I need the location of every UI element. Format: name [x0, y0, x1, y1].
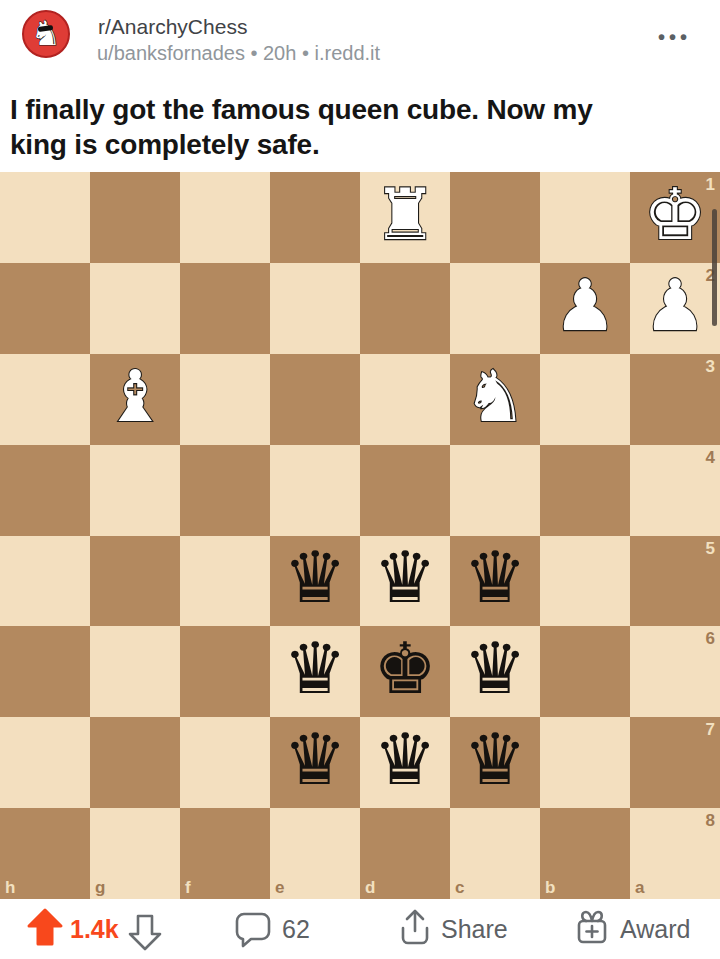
square-g1[interactable] — [90, 172, 180, 263]
post-header: ♞ r/AnarchyChess u/banksfornades • 20h •… — [0, 0, 720, 88]
subreddit-name[interactable]: r/AnarchyChess — [98, 15, 247, 39]
square-h8[interactable]: h — [0, 808, 90, 899]
black-queen-e5[interactable]: ♛ — [283, 542, 347, 613]
knight-logo-icon: ♞ — [31, 16, 61, 50]
square-c4[interactable] — [450, 445, 540, 536]
rank-label-3: 3 — [706, 358, 715, 375]
award-label: Award — [620, 915, 690, 944]
black-queen-c6[interactable]: ♛ — [463, 633, 527, 704]
square-f8[interactable]: f — [180, 808, 270, 899]
square-d2[interactable] — [360, 263, 450, 354]
square-d3[interactable] — [360, 354, 450, 445]
post-title-line1: I finally got the famous queen cube. Now… — [10, 92, 710, 127]
square-e7[interactable]: ♛ — [270, 717, 360, 808]
square-b6[interactable] — [540, 626, 630, 717]
file-label-a: a — [635, 879, 644, 896]
share-icon[interactable] — [396, 908, 434, 948]
file-label-d: d — [365, 879, 375, 896]
square-f2[interactable] — [180, 263, 270, 354]
share-label: Share — [441, 915, 508, 944]
square-g6[interactable] — [90, 626, 180, 717]
white-knight-c3[interactable]: ♞ — [463, 361, 527, 432]
file-label-g: g — [95, 879, 105, 896]
square-h2[interactable] — [0, 263, 90, 354]
square-g4[interactable] — [90, 445, 180, 536]
post-title-line2: king is completely safe. — [10, 127, 710, 162]
white-king-a1[interactable]: ♚ — [643, 179, 707, 250]
file-label-h: h — [5, 879, 15, 896]
black-queen-d7[interactable]: ♛ — [373, 724, 437, 795]
rank-label-4: 4 — [706, 449, 715, 466]
square-a2[interactable]: 2♟ — [630, 263, 720, 354]
square-c7[interactable]: ♛ — [450, 717, 540, 808]
rank-label-7: 7 — [706, 721, 715, 738]
square-e1[interactable] — [270, 172, 360, 263]
rank-label-6: 6 — [706, 630, 715, 647]
post-meta[interactable]: u/banksfornades • 20h • i.redd.it — [97, 42, 380, 65]
square-g3[interactable]: ♝ — [90, 354, 180, 445]
square-b1[interactable] — [540, 172, 630, 263]
comment-count: 62 — [282, 915, 310, 944]
square-b5[interactable] — [540, 536, 630, 627]
square-e2[interactable] — [270, 263, 360, 354]
comment-icon[interactable] — [233, 909, 273, 949]
square-c8[interactable]: c — [450, 808, 540, 899]
downvote-icon[interactable] — [126, 911, 164, 953]
square-g7[interactable] — [90, 717, 180, 808]
overflow-menu-icon[interactable]: ••• — [658, 26, 691, 49]
square-d7[interactable]: ♛ — [360, 717, 450, 808]
square-b4[interactable] — [540, 445, 630, 536]
square-d1[interactable]: ♜ — [360, 172, 450, 263]
black-queen-c5[interactable]: ♛ — [463, 542, 527, 613]
white-bishop-g3[interactable]: ♝ — [103, 361, 167, 432]
square-f3[interactable] — [180, 354, 270, 445]
square-h7[interactable] — [0, 717, 90, 808]
square-c6[interactable]: ♛ — [450, 626, 540, 717]
square-e3[interactable] — [270, 354, 360, 445]
rank-label-1: 1 — [706, 176, 715, 193]
square-e4[interactable] — [270, 445, 360, 536]
file-label-c: c — [455, 879, 464, 896]
black-queen-e7[interactable]: ♛ — [283, 724, 347, 795]
square-c3[interactable]: ♞ — [450, 354, 540, 445]
square-g5[interactable] — [90, 536, 180, 627]
square-c1[interactable] — [450, 172, 540, 263]
square-c2[interactable] — [450, 263, 540, 354]
black-queen-d5[interactable]: ♛ — [373, 542, 437, 613]
square-h3[interactable] — [0, 354, 90, 445]
square-f6[interactable] — [180, 626, 270, 717]
square-d5[interactable]: ♛ — [360, 536, 450, 627]
square-f1[interactable] — [180, 172, 270, 263]
square-d4[interactable] — [360, 445, 450, 536]
square-d8[interactable]: d — [360, 808, 450, 899]
square-g8[interactable]: g — [90, 808, 180, 899]
subreddit-avatar[interactable]: ♞ — [22, 10, 70, 58]
file-label-e: e — [275, 879, 284, 896]
square-a8[interactable]: 8a — [630, 808, 720, 899]
file-label-b: b — [545, 879, 555, 896]
square-b3[interactable] — [540, 354, 630, 445]
square-a5[interactable]: 5 — [630, 536, 720, 627]
square-h5[interactable] — [0, 536, 90, 627]
square-c5[interactable]: ♛ — [450, 536, 540, 627]
black-queen-e6[interactable]: ♛ — [283, 633, 347, 704]
black-queen-c7[interactable]: ♛ — [463, 724, 527, 795]
chess-board[interactable]: ♜1♚♟2♟♝♞34♛♛♛5♛♚♛6♛♛♛7hgfedcb8a — [0, 172, 720, 899]
square-a3[interactable]: 3 — [630, 354, 720, 445]
scrollbar — [712, 209, 717, 326]
square-f4[interactable] — [180, 445, 270, 536]
file-label-f: f — [185, 879, 191, 896]
award-icon[interactable] — [572, 908, 612, 948]
square-f7[interactable] — [180, 717, 270, 808]
square-b7[interactable] — [540, 717, 630, 808]
square-h1[interactable] — [0, 172, 90, 263]
black-king-d6[interactable]: ♚ — [373, 633, 437, 704]
square-e5[interactable]: ♛ — [270, 536, 360, 627]
square-a1[interactable]: 1♚ — [630, 172, 720, 263]
square-g2[interactable] — [90, 263, 180, 354]
upvote-count: 1.4k — [70, 915, 119, 944]
square-a7[interactable]: 7 — [630, 717, 720, 808]
action-bar: 1.4k 62 Share Award — [0, 899, 720, 959]
square-e6[interactable]: ♛ — [270, 626, 360, 717]
white-pawn-b2[interactable]: ♟ — [553, 270, 617, 341]
post-title: I finally got the famous queen cube. Now… — [10, 92, 710, 162]
square-a4[interactable]: 4 — [630, 445, 720, 536]
rank-label-8: 8 — [706, 812, 715, 829]
square-f5[interactable] — [180, 536, 270, 627]
square-e8[interactable]: e — [270, 808, 360, 899]
square-b8[interactable]: b — [540, 808, 630, 899]
square-h4[interactable] — [0, 445, 90, 536]
square-a6[interactable]: 6 — [630, 626, 720, 717]
square-d6[interactable]: ♚ — [360, 626, 450, 717]
square-h6[interactable] — [0, 626, 90, 717]
upvote-icon[interactable] — [26, 907, 64, 949]
white-pawn-a2[interactable]: ♟ — [643, 270, 707, 341]
square-b2[interactable]: ♟ — [540, 263, 630, 354]
rank-label-5: 5 — [706, 540, 715, 557]
white-rook-d1[interactable]: ♜ — [373, 179, 437, 250]
